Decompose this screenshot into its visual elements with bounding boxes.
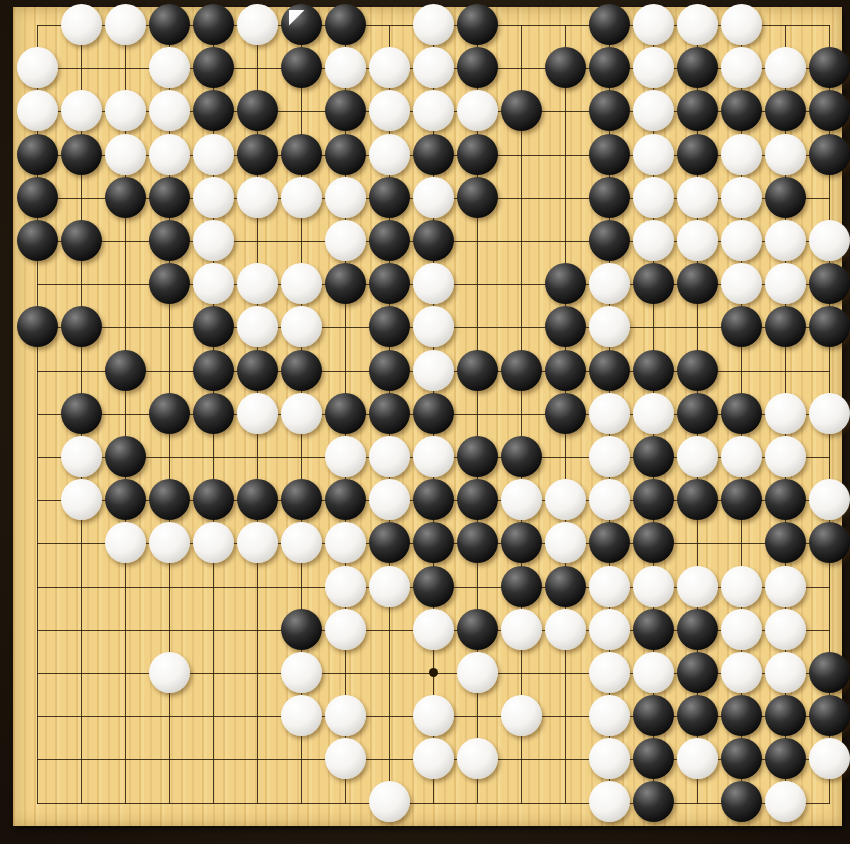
intersection[interactable] — [719, 651, 763, 694]
intersection[interactable] — [719, 305, 763, 348]
intersection[interactable] — [543, 3, 587, 46]
intersection[interactable] — [631, 176, 675, 219]
intersection[interactable] — [235, 435, 279, 478]
intersection[interactable] — [323, 3, 367, 46]
intersection[interactable] — [279, 3, 323, 46]
intersection[interactable] — [455, 564, 499, 607]
intersection[interactable] — [147, 3, 191, 46]
intersection[interactable] — [103, 521, 147, 564]
intersection[interactable] — [279, 651, 323, 694]
intersection[interactable] — [191, 176, 235, 219]
intersection[interactable] — [103, 176, 147, 219]
intersection[interactable] — [455, 349, 499, 392]
intersection[interactable] — [279, 392, 323, 435]
intersection[interactable] — [15, 392, 59, 435]
intersection[interactable] — [543, 219, 587, 262]
intersection[interactable] — [675, 349, 719, 392]
intersection[interactable] — [455, 3, 499, 46]
intersection[interactable] — [455, 133, 499, 176]
intersection[interactable] — [499, 737, 543, 780]
intersection[interactable] — [675, 694, 719, 737]
intersection[interactable] — [367, 176, 411, 219]
intersection[interactable] — [411, 435, 455, 478]
intersection[interactable] — [59, 349, 103, 392]
intersection[interactable] — [323, 564, 367, 607]
intersection[interactable] — [59, 176, 103, 219]
intersection[interactable] — [15, 89, 59, 132]
intersection[interactable] — [411, 651, 455, 694]
intersection[interactable] — [587, 435, 631, 478]
intersection[interactable] — [103, 608, 147, 651]
intersection[interactable] — [411, 349, 455, 392]
intersection[interactable] — [587, 737, 631, 780]
intersection[interactable] — [323, 737, 367, 780]
intersection[interactable] — [543, 133, 587, 176]
intersection[interactable] — [191, 737, 235, 780]
intersection[interactable] — [719, 694, 763, 737]
intersection[interactable] — [367, 435, 411, 478]
intersection[interactable] — [719, 349, 763, 392]
intersection[interactable] — [147, 219, 191, 262]
intersection[interactable] — [675, 392, 719, 435]
intersection[interactable] — [499, 521, 543, 564]
intersection[interactable] — [411, 564, 455, 607]
intersection[interactable] — [587, 651, 631, 694]
intersection[interactable] — [543, 780, 587, 823]
intersection[interactable] — [675, 521, 719, 564]
intersection[interactable] — [543, 478, 587, 521]
intersection[interactable] — [191, 46, 235, 89]
intersection[interactable] — [235, 349, 279, 392]
intersection[interactable] — [279, 133, 323, 176]
intersection[interactable] — [763, 262, 807, 305]
intersection[interactable] — [15, 133, 59, 176]
intersection[interactable] — [279, 349, 323, 392]
intersection[interactable] — [235, 651, 279, 694]
intersection[interactable] — [675, 89, 719, 132]
intersection[interactable] — [455, 435, 499, 478]
intersection[interactable] — [367, 694, 411, 737]
intersection[interactable] — [59, 478, 103, 521]
intersection[interactable] — [499, 46, 543, 89]
intersection[interactable] — [455, 46, 499, 89]
intersection[interactable] — [455, 651, 499, 694]
intersection[interactable] — [279, 608, 323, 651]
intersection[interactable] — [719, 564, 763, 607]
intersection[interactable] — [719, 392, 763, 435]
intersection[interactable] — [543, 46, 587, 89]
intersection[interactable] — [235, 780, 279, 823]
intersection[interactable] — [367, 262, 411, 305]
intersection[interactable] — [323, 521, 367, 564]
intersection[interactable] — [543, 608, 587, 651]
intersection[interactable] — [411, 521, 455, 564]
intersection[interactable] — [147, 608, 191, 651]
intersection[interactable] — [279, 46, 323, 89]
intersection[interactable] — [631, 262, 675, 305]
intersection[interactable] — [323, 349, 367, 392]
intersection[interactable] — [587, 349, 631, 392]
intersection[interactable] — [147, 176, 191, 219]
intersection[interactable] — [499, 305, 543, 348]
intersection[interactable] — [675, 564, 719, 607]
intersection[interactable] — [499, 3, 543, 46]
intersection[interactable] — [587, 3, 631, 46]
intersection[interactable] — [15, 780, 59, 823]
intersection[interactable] — [631, 133, 675, 176]
intersection[interactable] — [367, 305, 411, 348]
intersection[interactable] — [455, 780, 499, 823]
intersection[interactable] — [587, 262, 631, 305]
intersection[interactable] — [587, 694, 631, 737]
intersection[interactable] — [279, 521, 323, 564]
intersection[interactable] — [279, 435, 323, 478]
intersection[interactable] — [191, 608, 235, 651]
intersection[interactable] — [499, 651, 543, 694]
intersection[interactable] — [763, 3, 807, 46]
intersection[interactable] — [763, 392, 807, 435]
intersection[interactable] — [15, 694, 59, 737]
intersection[interactable] — [235, 262, 279, 305]
intersection[interactable] — [807, 564, 850, 607]
intersection[interactable] — [191, 349, 235, 392]
intersection[interactable] — [807, 176, 850, 219]
intersection[interactable] — [807, 608, 850, 651]
intersection[interactable] — [499, 349, 543, 392]
intersection[interactable] — [763, 46, 807, 89]
intersection[interactable] — [587, 46, 631, 89]
intersection[interactable] — [15, 651, 59, 694]
intersection[interactable] — [15, 46, 59, 89]
intersection[interactable] — [807, 305, 850, 348]
intersection[interactable] — [675, 3, 719, 46]
intersection[interactable] — [235, 392, 279, 435]
intersection[interactable] — [411, 737, 455, 780]
intersection[interactable] — [235, 564, 279, 607]
intersection[interactable] — [147, 521, 191, 564]
intersection[interactable] — [147, 46, 191, 89]
intersection[interactable] — [59, 3, 103, 46]
intersection[interactable] — [103, 46, 147, 89]
intersection[interactable] — [103, 305, 147, 348]
intersection[interactable] — [191, 89, 235, 132]
intersection[interactable] — [367, 608, 411, 651]
intersection[interactable] — [279, 262, 323, 305]
intersection[interactable] — [59, 564, 103, 607]
intersection[interactable] — [499, 219, 543, 262]
intersection[interactable] — [147, 392, 191, 435]
intersection[interactable] — [455, 305, 499, 348]
intersection[interactable] — [323, 478, 367, 521]
intersection[interactable] — [411, 608, 455, 651]
intersection[interactable] — [763, 219, 807, 262]
intersection[interactable] — [543, 694, 587, 737]
intersection[interactable] — [191, 219, 235, 262]
intersection[interactable] — [719, 608, 763, 651]
intersection[interactable] — [323, 392, 367, 435]
intersection[interactable] — [675, 305, 719, 348]
intersection[interactable] — [147, 478, 191, 521]
intersection[interactable] — [675, 608, 719, 651]
intersection[interactable] — [719, 435, 763, 478]
intersection[interactable] — [587, 521, 631, 564]
intersection[interactable] — [191, 305, 235, 348]
intersection[interactable] — [631, 737, 675, 780]
intersection[interactable] — [719, 46, 763, 89]
intersection[interactable] — [367, 478, 411, 521]
intersection[interactable] — [719, 780, 763, 823]
intersection[interactable] — [147, 564, 191, 607]
intersection[interactable] — [763, 521, 807, 564]
intersection[interactable] — [543, 89, 587, 132]
intersection[interactable] — [411, 133, 455, 176]
intersection[interactable] — [587, 780, 631, 823]
intersection[interactable] — [411, 89, 455, 132]
intersection[interactable] — [411, 262, 455, 305]
intersection[interactable] — [367, 219, 411, 262]
intersection[interactable] — [323, 262, 367, 305]
intersection[interactable] — [631, 305, 675, 348]
intersection[interactable] — [367, 651, 411, 694]
intersection[interactable] — [367, 133, 411, 176]
intersection[interactable] — [807, 737, 850, 780]
intersection[interactable] — [719, 133, 763, 176]
intersection[interactable] — [807, 694, 850, 737]
intersection[interactable] — [631, 564, 675, 607]
intersection[interactable] — [631, 89, 675, 132]
intersection[interactable] — [367, 564, 411, 607]
intersection[interactable] — [763, 133, 807, 176]
intersection[interactable] — [103, 478, 147, 521]
intersection[interactable] — [147, 349, 191, 392]
intersection[interactable] — [499, 262, 543, 305]
intersection[interactable] — [411, 392, 455, 435]
intersection[interactable] — [59, 435, 103, 478]
intersection[interactable] — [147, 694, 191, 737]
intersection[interactable] — [279, 219, 323, 262]
intersection[interactable] — [675, 46, 719, 89]
intersection[interactable] — [59, 521, 103, 564]
intersection[interactable] — [807, 89, 850, 132]
intersection[interactable] — [367, 349, 411, 392]
intersection[interactable] — [631, 521, 675, 564]
intersection[interactable] — [587, 133, 631, 176]
intersection[interactable] — [15, 349, 59, 392]
intersection[interactable] — [719, 89, 763, 132]
intersection[interactable] — [499, 478, 543, 521]
intersection[interactable] — [807, 3, 850, 46]
intersection[interactable] — [455, 89, 499, 132]
intersection[interactable] — [191, 133, 235, 176]
intersection[interactable] — [543, 305, 587, 348]
intersection[interactable] — [367, 89, 411, 132]
intersection[interactable] — [323, 608, 367, 651]
intersection[interactable] — [235, 305, 279, 348]
intersection[interactable] — [807, 780, 850, 823]
intersection[interactable] — [15, 608, 59, 651]
intersection[interactable] — [59, 89, 103, 132]
intersection[interactable] — [15, 305, 59, 348]
intersection[interactable] — [455, 737, 499, 780]
intersection[interactable] — [103, 564, 147, 607]
intersection[interactable] — [807, 133, 850, 176]
intersection[interactable] — [807, 262, 850, 305]
intersection[interactable] — [499, 435, 543, 478]
intersection[interactable] — [499, 392, 543, 435]
intersection[interactable] — [587, 219, 631, 262]
intersection[interactable] — [191, 564, 235, 607]
intersection[interactable] — [323, 780, 367, 823]
intersection[interactable] — [543, 651, 587, 694]
intersection[interactable] — [631, 478, 675, 521]
intersection[interactable] — [543, 435, 587, 478]
intersection[interactable] — [543, 521, 587, 564]
intersection[interactable] — [631, 435, 675, 478]
intersection[interactable] — [147, 651, 191, 694]
intersection[interactable] — [763, 435, 807, 478]
intersection[interactable] — [499, 608, 543, 651]
intersection[interactable] — [191, 694, 235, 737]
intersection[interactable] — [323, 305, 367, 348]
intersection[interactable] — [499, 694, 543, 737]
intersection[interactable] — [631, 3, 675, 46]
intersection[interactable] — [147, 305, 191, 348]
intersection[interactable] — [15, 219, 59, 262]
intersection[interactable] — [103, 262, 147, 305]
intersection[interactable] — [719, 737, 763, 780]
intersection[interactable] — [719, 521, 763, 564]
intersection[interactable] — [59, 219, 103, 262]
intersection[interactable] — [191, 435, 235, 478]
intersection[interactable] — [15, 478, 59, 521]
intersection[interactable] — [675, 219, 719, 262]
intersection[interactable] — [59, 46, 103, 89]
intersection[interactable] — [59, 608, 103, 651]
intersection[interactable] — [367, 521, 411, 564]
intersection[interactable] — [411, 478, 455, 521]
intersection[interactable] — [455, 262, 499, 305]
intersection[interactable] — [103, 435, 147, 478]
intersection[interactable] — [15, 3, 59, 46]
intersection[interactable] — [455, 176, 499, 219]
intersection[interactable] — [587, 305, 631, 348]
intersection[interactable] — [675, 780, 719, 823]
intersection[interactable] — [631, 219, 675, 262]
intersection[interactable] — [235, 608, 279, 651]
intersection[interactable] — [763, 305, 807, 348]
intersection[interactable] — [191, 478, 235, 521]
intersection[interactable] — [323, 219, 367, 262]
intersection[interactable] — [147, 435, 191, 478]
intersection[interactable] — [763, 737, 807, 780]
intersection[interactable] — [279, 305, 323, 348]
intersection[interactable] — [367, 737, 411, 780]
intersection[interactable] — [235, 694, 279, 737]
intersection[interactable] — [191, 521, 235, 564]
intersection[interactable] — [675, 176, 719, 219]
intersection[interactable] — [15, 176, 59, 219]
intersection[interactable] — [279, 89, 323, 132]
intersection[interactable] — [719, 176, 763, 219]
intersection[interactable] — [763, 780, 807, 823]
intersection[interactable] — [763, 89, 807, 132]
intersection[interactable] — [807, 349, 850, 392]
intersection[interactable] — [675, 651, 719, 694]
intersection[interactable] — [675, 262, 719, 305]
intersection[interactable] — [367, 780, 411, 823]
intersection[interactable] — [411, 305, 455, 348]
intersection[interactable] — [279, 176, 323, 219]
intersection[interactable] — [235, 133, 279, 176]
intersection[interactable] — [191, 392, 235, 435]
intersection[interactable] — [631, 694, 675, 737]
intersection[interactable] — [411, 219, 455, 262]
intersection[interactable] — [455, 608, 499, 651]
intersection[interactable] — [543, 349, 587, 392]
intersection[interactable] — [59, 651, 103, 694]
intersection[interactable] — [147, 737, 191, 780]
intersection[interactable] — [235, 46, 279, 89]
intersection[interactable] — [59, 780, 103, 823]
intersection[interactable] — [147, 262, 191, 305]
intersection[interactable] — [763, 176, 807, 219]
intersection[interactable] — [411, 3, 455, 46]
intersection[interactable] — [191, 3, 235, 46]
intersection[interactable] — [191, 780, 235, 823]
intersection[interactable] — [455, 392, 499, 435]
intersection[interactable] — [103, 737, 147, 780]
intersection[interactable] — [59, 737, 103, 780]
intersection[interactable] — [103, 3, 147, 46]
intersection[interactable] — [235, 737, 279, 780]
intersection[interactable] — [631, 349, 675, 392]
intersection[interactable] — [147, 780, 191, 823]
intersection[interactable] — [675, 737, 719, 780]
intersection[interactable] — [103, 219, 147, 262]
intersection[interactable] — [323, 651, 367, 694]
intersection[interactable] — [587, 392, 631, 435]
intersection[interactable] — [499, 780, 543, 823]
intersection[interactable] — [235, 478, 279, 521]
intersection[interactable] — [323, 133, 367, 176]
intersection[interactable] — [455, 694, 499, 737]
intersection[interactable] — [279, 478, 323, 521]
intersection[interactable] — [411, 694, 455, 737]
intersection[interactable] — [367, 46, 411, 89]
intersection[interactable] — [499, 89, 543, 132]
intersection[interactable] — [323, 694, 367, 737]
intersection[interactable] — [499, 133, 543, 176]
intersection[interactable] — [543, 392, 587, 435]
intersection[interactable] — [455, 478, 499, 521]
intersection[interactable] — [543, 176, 587, 219]
intersection[interactable] — [763, 564, 807, 607]
intersection[interactable] — [807, 435, 850, 478]
intersection[interactable] — [59, 392, 103, 435]
intersection[interactable] — [103, 651, 147, 694]
intersection[interactable] — [631, 46, 675, 89]
intersection[interactable] — [191, 651, 235, 694]
intersection[interactable] — [103, 89, 147, 132]
intersection[interactable] — [235, 89, 279, 132]
intersection[interactable] — [15, 564, 59, 607]
intersection[interactable] — [103, 694, 147, 737]
intersection[interactable] — [807, 478, 850, 521]
intersection[interactable] — [719, 478, 763, 521]
intersection[interactable] — [631, 608, 675, 651]
intersection[interactable] — [763, 478, 807, 521]
intersection[interactable] — [807, 521, 850, 564]
